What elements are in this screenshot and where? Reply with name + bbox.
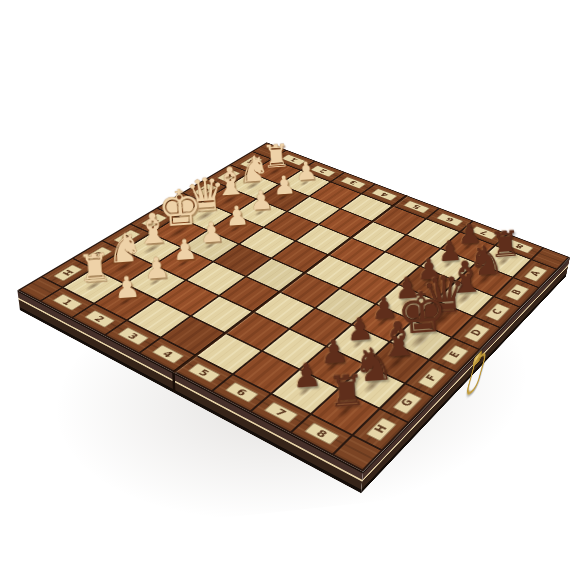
rook-glyph: ♜ [318,368,375,414]
pawn-glyph: ♟ [102,272,152,305]
fold-seam-side [172,371,175,393]
product-photo-scene: HGFEDCBA1122334455667788HGFEDCBA ♜♞♝♛♚♝♞… [0,0,572,572]
